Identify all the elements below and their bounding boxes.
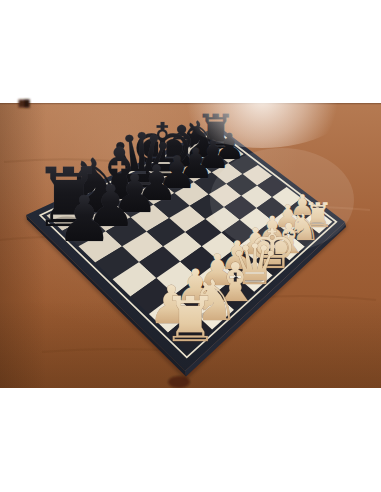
- chessboard-photo: ♜♞♟♝♟♚♟♛♟♝♟♞♟♟♜♟♟♜♟♟♞♟♝♚♟♛♟♝♟♞♟♜: [0, 0, 381, 492]
- board-tip-shadow: [168, 376, 190, 388]
- product-photo: ♜♞♟♝♟♚♟♛♟♝♟♞♟♟♜♟♟♜♟♟♞♟♝♚♟♛♟♝♟♞♟♜: [0, 0, 381, 492]
- background-object: [19, 100, 30, 108]
- piece-white-rook-a1: ♜: [163, 283, 219, 356]
- piece-black-pawn-a7: ♟: [56, 182, 113, 256]
